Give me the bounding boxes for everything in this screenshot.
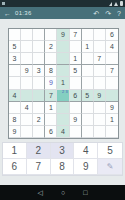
cell-r3c4[interactable] [45, 53, 57, 65]
game-timer: 01:36 [15, 10, 32, 16]
cell-r2c9[interactable]: 4 [106, 41, 118, 53]
cell-r5c5[interactable]: 1 [57, 77, 69, 89]
cell-r5c8[interactable] [94, 77, 106, 89]
cell-r8c5[interactable] [57, 114, 69, 126]
cell-r2c3[interactable] [33, 41, 45, 53]
cell-r1c8[interactable] [94, 29, 106, 41]
cell-r4c3[interactable]: 3 [33, 65, 45, 77]
cell-r3c9[interactable] [106, 53, 118, 65]
cell-r9c9[interactable] [106, 126, 118, 138]
cell-r4c9[interactable]: 7 [106, 65, 118, 77]
redo-icon[interactable]: ↷ [105, 10, 111, 17]
cell-r2c6[interactable] [70, 41, 82, 53]
cell-r7c3[interactable] [33, 102, 45, 114]
cell-r5c4[interactable]: 9 [45, 77, 57, 89]
android-nav-bar: ◁ ○ □ [0, 185, 125, 200]
status-left [2, 2, 5, 5]
numpad-button-8[interactable]: 8 [51, 159, 75, 175]
numpad-button-4[interactable]: 4 [74, 143, 98, 159]
cell-r1c2[interactable] [21, 29, 33, 41]
notification-icon [2, 2, 5, 5]
cell-r4c4[interactable]: 8 [45, 65, 57, 77]
cell-r9c3[interactable] [33, 126, 45, 138]
cell-r3c7[interactable] [82, 53, 94, 65]
numpad-button-3[interactable]: 3 [51, 143, 75, 159]
undo-icon[interactable]: ↶ [93, 10, 99, 17]
cell-r7c4[interactable]: 1 [45, 102, 57, 114]
cell-r7c9[interactable]: 9 [106, 102, 118, 114]
cell-r9c7[interactable] [82, 126, 94, 138]
back-arrow-icon[interactable]: ← [4, 10, 11, 17]
sudoku-app-screen: ← 01:36 ↶ ↷ ? 97652143179385791472365941… [0, 0, 125, 200]
cell-r1c5[interactable]: 9 [57, 29, 69, 41]
numpad-button-2[interactable]: 2 [27, 143, 51, 159]
cell-r9c5[interactable]: 4 [57, 126, 69, 138]
cell-r6c6[interactable]: 6 [70, 90, 82, 102]
cell-r7c1[interactable] [9, 102, 21, 114]
cell-r4c8[interactable] [94, 65, 106, 77]
cell-r2c1[interactable]: 5 [9, 41, 21, 53]
cell-r5c9[interactable] [106, 77, 118, 89]
cell-r1c3[interactable] [33, 29, 45, 41]
cell-r1c1[interactable] [9, 29, 21, 41]
battery-icon [120, 1, 123, 6]
cell-r9c4[interactable]: 6 [45, 126, 57, 138]
cell-r5c3[interactable] [33, 77, 45, 89]
toolbar: ← 01:36 ↶ ↷ ? [0, 7, 125, 19]
pencil-notes: 23 [57, 90, 68, 101]
nav-back-icon[interactable]: ◁ [38, 189, 43, 196]
cell-r4c6[interactable]: 5 [70, 65, 82, 77]
numpad-button-5[interactable]: 5 [98, 143, 122, 159]
cell-r4c1[interactable] [9, 65, 21, 77]
cell-r6c1[interactable]: 4 [9, 90, 21, 102]
cell-r8c6[interactable]: 9 [70, 114, 82, 126]
numpad-button-7[interactable]: 7 [27, 159, 51, 175]
cell-r7c2[interactable]: 4 [21, 102, 33, 114]
cell-r5c1[interactable] [9, 77, 21, 89]
cell-r7c6[interactable] [70, 102, 82, 114]
cell-r6c7[interactable]: 5 [82, 90, 94, 102]
cell-r7c5[interactable] [57, 102, 69, 114]
wifi-icon [114, 2, 118, 6]
cell-r1c9[interactable]: 6 [106, 29, 118, 41]
cell-r3c2[interactable] [21, 53, 33, 65]
cell-r4c5[interactable] [57, 65, 69, 77]
pencil-mode-button[interactable]: ✎ [98, 159, 122, 175]
cell-r3c1[interactable]: 3 [9, 53, 21, 65]
cell-r5c2[interactable] [21, 77, 33, 89]
cell-r8c4[interactable] [45, 114, 57, 126]
cell-r9c8[interactable] [94, 126, 106, 138]
cell-r7c8[interactable] [94, 102, 106, 114]
cell-r9c2[interactable] [21, 126, 33, 138]
status-bar [0, 0, 125, 7]
numpad-button-6[interactable]: 6 [3, 159, 27, 175]
cell-r2c7[interactable]: 1 [82, 41, 94, 53]
cell-r2c2[interactable] [21, 41, 33, 53]
cell-r1c7[interactable] [82, 29, 94, 41]
numpad-button-9[interactable]: 9 [74, 159, 98, 175]
number-pad: 123456789✎ [2, 142, 123, 176]
cell-r9c6[interactable] [70, 126, 82, 138]
cell-r6c4[interactable]: 7 [45, 90, 57, 102]
cell-r1c6[interactable]: 7 [70, 29, 82, 41]
cell-r2c8[interactable] [94, 41, 106, 53]
cell-r3c6[interactable]: 1 [70, 53, 82, 65]
cell-r8c8[interactable] [94, 114, 106, 126]
cell-r9c1[interactable]: 9 [9, 126, 21, 138]
cell-r8c3[interactable]: 2 [33, 114, 45, 126]
cell-r5c7[interactable] [82, 77, 94, 89]
status-right [109, 1, 123, 6]
cell-r6c9[interactable] [106, 90, 118, 102]
cell-r8c9[interactable]: 1 [106, 114, 118, 126]
cell-r4c2[interactable]: 9 [21, 65, 33, 77]
nav-recents-icon[interactable]: □ [83, 189, 87, 196]
cell-r3c3[interactable] [33, 53, 45, 65]
nav-home-icon[interactable]: ○ [61, 189, 65, 196]
cell-r3c5[interactable] [57, 53, 69, 65]
cell-r8c7[interactable] [82, 114, 94, 126]
cell-r5c6[interactable] [70, 77, 82, 89]
cell-r6c8[interactable]: 9 [94, 90, 106, 102]
cell-r3c8[interactable]: 7 [94, 53, 106, 65]
signal-icon [109, 2, 112, 6]
cell-r2c4[interactable]: 2 [45, 41, 57, 53]
cell-r7c7[interactable] [82, 102, 94, 114]
cell-r6c5[interactable]: 23 [57, 90, 69, 102]
cell-r6c2[interactable] [21, 90, 33, 102]
help-icon[interactable]: ? [117, 10, 121, 17]
numpad-button-1[interactable]: 1 [3, 143, 27, 159]
cell-r8c2[interactable] [21, 114, 33, 126]
sudoku-board: 9765214317938579147236594198291964 [8, 28, 119, 139]
cell-r4c7[interactable] [82, 65, 94, 77]
cell-r2c5[interactable] [57, 41, 69, 53]
cell-r1c4[interactable] [45, 29, 57, 41]
cell-r8c1[interactable]: 8 [9, 114, 21, 126]
cell-r6c3[interactable] [33, 90, 45, 102]
